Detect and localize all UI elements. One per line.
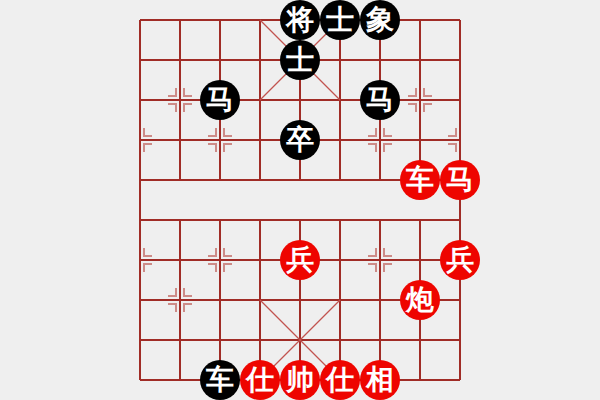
piece-label: 仕 bbox=[326, 360, 354, 400]
piece-black-horse[interactable]: 马 bbox=[360, 80, 400, 120]
piece-black-chariot[interactable]: 车 bbox=[200, 360, 240, 400]
app-background: 将士象士马马卒车马兵兵炮车仕帅仕相 bbox=[0, 0, 600, 400]
xiangqi-board[interactable]: 将士象士马马卒车马兵兵炮车仕帅仕相 bbox=[0, 0, 600, 400]
piece-label: 马 bbox=[446, 160, 474, 200]
piece-black-general[interactable]: 将 bbox=[280, 0, 320, 40]
piece-label: 马 bbox=[206, 80, 234, 120]
piece-label: 炮 bbox=[406, 280, 434, 320]
piece-label: 象 bbox=[366, 0, 394, 40]
piece-black-horse[interactable]: 马 bbox=[200, 80, 240, 120]
piece-label: 兵 bbox=[446, 240, 474, 280]
piece-red-advisor[interactable]: 仕 bbox=[240, 360, 280, 400]
piece-label: 士 bbox=[326, 0, 354, 40]
piece-label: 将 bbox=[286, 0, 314, 40]
piece-red-horse[interactable]: 马 bbox=[440, 160, 480, 200]
piece-label: 车 bbox=[406, 160, 434, 200]
piece-label: 相 bbox=[366, 360, 394, 400]
piece-red-elephant[interactable]: 相 bbox=[360, 360, 400, 400]
piece-black-elephant[interactable]: 象 bbox=[360, 0, 400, 40]
piece-label: 帅 bbox=[286, 360, 314, 400]
piece-red-general[interactable]: 帅 bbox=[280, 360, 320, 400]
piece-label: 仕 bbox=[246, 360, 274, 400]
piece-red-soldier[interactable]: 兵 bbox=[280, 240, 320, 280]
piece-label: 兵 bbox=[286, 240, 314, 280]
piece-red-chariot[interactable]: 车 bbox=[400, 160, 440, 200]
piece-label: 马 bbox=[366, 80, 394, 120]
piece-label: 车 bbox=[206, 360, 234, 400]
pieces-layer: 将士象士马马卒车马兵兵炮车仕帅仕相 bbox=[120, 0, 480, 400]
piece-label: 卒 bbox=[286, 120, 314, 160]
piece-black-advisor[interactable]: 士 bbox=[280, 40, 320, 80]
piece-black-soldier[interactable]: 卒 bbox=[280, 120, 320, 160]
piece-red-cannon[interactable]: 炮 bbox=[400, 280, 440, 320]
piece-red-advisor[interactable]: 仕 bbox=[320, 360, 360, 400]
piece-label: 士 bbox=[286, 40, 314, 80]
piece-black-advisor[interactable]: 士 bbox=[320, 0, 360, 40]
piece-red-soldier[interactable]: 兵 bbox=[440, 240, 480, 280]
